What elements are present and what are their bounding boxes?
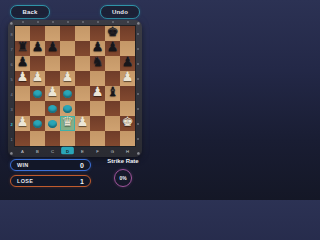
square-e6[interactable] [75, 56, 90, 71]
lose-value: 1 [80, 178, 84, 185]
white-pawn: ♟ [60, 69, 75, 85]
square-f6[interactable]: ♞ [90, 56, 105, 71]
square-f5[interactable] [90, 71, 105, 86]
square-a8[interactable] [15, 26, 30, 41]
square-h3[interactable] [120, 101, 135, 116]
square-f8[interactable] [90, 26, 105, 41]
white-pawn: ♟ [15, 114, 30, 130]
square-d2[interactable]: ♛ [60, 116, 75, 131]
black-pawn: ♟ [120, 54, 135, 70]
square-e5[interactable] [75, 71, 90, 86]
file-label-H: H [121, 147, 134, 155]
black-knight: ♞ [90, 54, 105, 70]
square-d8[interactable] [60, 26, 75, 41]
square-b3[interactable] [30, 101, 45, 116]
lose-label: LOSE [17, 178, 33, 184]
square-a4[interactable] [15, 86, 30, 101]
strike-rate-label: Strike Rate [100, 158, 146, 164]
square-g8[interactable]: ♚ [105, 26, 120, 41]
frame-right-ticks [136, 26, 140, 146]
legal-move-dot [48, 120, 57, 128]
square-h4[interactable] [120, 86, 135, 101]
square-d4[interactable] [60, 86, 75, 101]
square-a5[interactable]: ♟ [15, 71, 30, 86]
frame-screw-icon [10, 152, 13, 155]
square-g5[interactable] [105, 71, 120, 86]
black-rook: ♜ [15, 39, 30, 55]
white-pawn: ♟ [45, 84, 60, 100]
square-h6[interactable]: ♟ [120, 56, 135, 71]
black-pawn: ♟ [45, 39, 60, 55]
rank-label-5: 5 [9, 73, 15, 85]
square-g2[interactable] [105, 116, 120, 131]
square-d7[interactable] [60, 41, 75, 56]
black-king: ♚ [105, 24, 120, 40]
legal-move-dot [33, 90, 42, 98]
square-f7[interactable]: ♟ [90, 41, 105, 56]
chess-board: 87654321 ♚♜♟♟♟♟♟♞♟♟♟♟♟♟♟♝♟♛♟♚ ABCDEFGH [8, 20, 142, 157]
file-label-B: B [31, 147, 44, 155]
square-g3[interactable] [105, 101, 120, 116]
square-g7[interactable]: ♟ [105, 41, 120, 56]
square-h1[interactable] [120, 131, 135, 146]
frame-screw-icon [10, 22, 13, 25]
square-c7[interactable]: ♟ [45, 41, 60, 56]
rank-label-3: 3 [9, 103, 15, 115]
board-grid: ♚♜♟♟♟♟♟♞♟♟♟♟♟♟♟♝♟♛♟♚ [15, 26, 135, 146]
legal-move-dot [33, 120, 42, 128]
square-h2[interactable]: ♚ [120, 116, 135, 131]
square-b8[interactable] [30, 26, 45, 41]
square-g4[interactable]: ♝ [105, 86, 120, 101]
white-king: ♚ [120, 114, 135, 130]
file-label-C: C [46, 147, 59, 155]
win-label: WIN [17, 162, 29, 168]
square-e2[interactable]: ♟ [75, 116, 90, 131]
white-pawn: ♟ [15, 69, 30, 85]
square-b2[interactable] [30, 116, 45, 131]
square-a6[interactable]: ♟ [15, 56, 30, 71]
square-b6[interactable] [30, 56, 45, 71]
square-a3[interactable] [15, 101, 30, 116]
file-label-G: G [106, 147, 119, 155]
rank-label-1: 1 [9, 133, 15, 145]
square-a2[interactable]: ♟ [15, 116, 30, 131]
black-pawn: ♟ [30, 39, 45, 55]
square-c6[interactable] [45, 56, 60, 71]
square-d5[interactable]: ♟ [60, 71, 75, 86]
strike-rate-badge: 0% [114, 169, 132, 187]
square-e7[interactable] [75, 41, 90, 56]
square-h7[interactable] [120, 41, 135, 56]
black-pawn: ♟ [105, 39, 120, 55]
square-c3[interactable] [45, 101, 60, 116]
white-pawn: ♟ [75, 114, 90, 130]
square-e8[interactable] [75, 26, 90, 41]
square-d3[interactable] [60, 101, 75, 116]
file-label-A: A [16, 147, 29, 155]
square-e1[interactable] [75, 131, 90, 146]
square-h5[interactable]: ♟ [120, 71, 135, 86]
square-b7[interactable]: ♟ [30, 41, 45, 56]
rank-labels: 87654321 [8, 26, 15, 146]
square-b4[interactable] [30, 86, 45, 101]
rank-label-6: 6 [9, 58, 15, 70]
square-e3[interactable] [75, 101, 90, 116]
win-counter: WIN 0 [10, 159, 91, 171]
frame-screw-icon [137, 22, 140, 25]
square-c1[interactable] [45, 131, 60, 146]
white-pawn: ♟ [30, 69, 45, 85]
rank-label-8: 8 [9, 28, 15, 40]
legal-move-dot [63, 90, 72, 98]
square-f2[interactable] [90, 116, 105, 131]
rank-label-7: 7 [9, 43, 15, 55]
file-label-E: E [76, 147, 89, 155]
square-b5[interactable]: ♟ [30, 71, 45, 86]
undo-button[interactable]: Undo [100, 5, 140, 19]
file-label-F: F [91, 147, 104, 155]
file-label-D: D [61, 147, 74, 155]
rank-label-4: 4 [9, 88, 15, 100]
square-d6[interactable] [60, 56, 75, 71]
square-h8[interactable] [120, 26, 135, 41]
frame-screw-icon [137, 152, 140, 155]
square-c2[interactable] [45, 116, 60, 131]
win-value: 0 [80, 162, 84, 169]
square-g1[interactable] [105, 131, 120, 146]
lose-counter: LOSE 1 [10, 175, 91, 187]
square-f4[interactable]: ♟ [90, 86, 105, 101]
file-labels: ABCDEFGH [15, 146, 135, 155]
legal-move-dot [48, 105, 57, 113]
square-d1[interactable] [60, 131, 75, 146]
white-pawn: ♟ [120, 69, 135, 85]
black-bishop: ♝ [105, 84, 120, 100]
legal-move-dot [63, 105, 72, 113]
square-b1[interactable] [30, 131, 45, 146]
white-pawn: ♟ [90, 84, 105, 100]
rank-label-2: 2 [9, 118, 15, 130]
square-c4[interactable]: ♟ [45, 86, 60, 101]
white-queen: ♛ [60, 114, 75, 130]
frame-top-ticks [15, 21, 135, 25]
square-a7[interactable]: ♜ [15, 41, 30, 56]
square-a1[interactable] [15, 131, 30, 146]
square-e4[interactable] [75, 86, 90, 101]
strike-rate-value: 0% [119, 175, 126, 180]
square-c5[interactable] [45, 71, 60, 86]
back-button[interactable]: Back [10, 5, 50, 19]
square-f1[interactable] [90, 131, 105, 146]
square-g6[interactable] [105, 56, 120, 71]
black-pawn: ♟ [90, 39, 105, 55]
black-pawn: ♟ [15, 54, 30, 70]
square-f3[interactable] [90, 101, 105, 116]
square-c8[interactable] [45, 26, 60, 41]
